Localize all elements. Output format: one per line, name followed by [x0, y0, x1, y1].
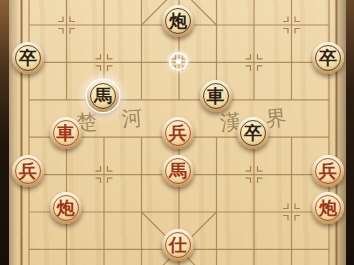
piece-glyph: 兵 [162, 117, 194, 149]
position-marker [258, 54, 263, 59]
position-marker [246, 178, 251, 183]
piece-black-horse[interactable]: 馬 [87, 80, 119, 112]
piece-glyph: 車 [200, 80, 232, 112]
position-marker [295, 204, 300, 209]
piece-black-cannon[interactable]: 炮 [162, 5, 194, 37]
position-marker [283, 17, 288, 22]
piece-black-pawn[interactable]: 卒 [312, 42, 344, 74]
position-marker [96, 166, 101, 171]
xiangqi-game-screen: 楚 河 漢 界 炮卒卒馬車卒車兵兵馬兵炮炮仕 [0, 0, 354, 265]
position-marker [295, 17, 300, 22]
position-marker [96, 66, 101, 71]
piece-glyph: 車 [50, 117, 82, 149]
piece-black-pawn[interactable]: 卒 [237, 117, 269, 149]
piece-red-pawn[interactable]: 兵 [312, 155, 344, 187]
position-marker [246, 66, 251, 71]
piece-red-chariot[interactable]: 車 [50, 117, 82, 149]
position-marker [96, 54, 101, 59]
position-marker [283, 204, 288, 209]
position-marker [108, 178, 113, 183]
position-marker [108, 166, 113, 171]
piece-glyph: 卒 [237, 117, 269, 149]
position-marker [246, 54, 251, 59]
board-frame-right [346, 0, 354, 265]
position-marker [70, 29, 75, 34]
position-marker [258, 166, 263, 171]
piece-red-cannon[interactable]: 炮 [312, 192, 344, 224]
position-marker [108, 66, 113, 71]
piece-red-pawn[interactable]: 兵 [12, 155, 44, 187]
piece-black-pawn[interactable]: 卒 [12, 42, 44, 74]
position-marker [295, 216, 300, 221]
piece-glyph: 馬 [87, 80, 119, 112]
piece-glyph: 卒 [12, 42, 44, 74]
piece-red-horse[interactable]: 馬 [162, 155, 194, 187]
piece-glyph: 仕 [162, 229, 194, 261]
position-marker [283, 29, 288, 34]
position-marker [295, 29, 300, 34]
position-marker [283, 216, 288, 221]
piece-glyph: 炮 [50, 192, 82, 224]
piece-glyph: 卒 [312, 42, 344, 74]
piece-glyph: 馬 [162, 155, 194, 187]
position-marker [96, 178, 101, 183]
position-marker [108, 54, 113, 59]
piece-red-pawn[interactable]: 兵 [162, 117, 194, 149]
position-marker [58, 29, 63, 34]
piece-red-advisor[interactable]: 仕 [162, 229, 194, 261]
piece-glyph: 兵 [312, 155, 344, 187]
piece-red-cannon[interactable]: 炮 [50, 192, 82, 224]
position-marker [246, 166, 251, 171]
piece-glyph: 炮 [312, 192, 344, 224]
position-marker [58, 17, 63, 22]
piece-black-chariot[interactable]: 車 [200, 80, 232, 112]
board-frame-left [0, 0, 9, 265]
piece-glyph: 炮 [162, 5, 194, 37]
position-marker [258, 178, 263, 183]
piece-glyph: 兵 [12, 155, 44, 187]
position-marker [258, 66, 263, 71]
position-marker [70, 17, 75, 22]
